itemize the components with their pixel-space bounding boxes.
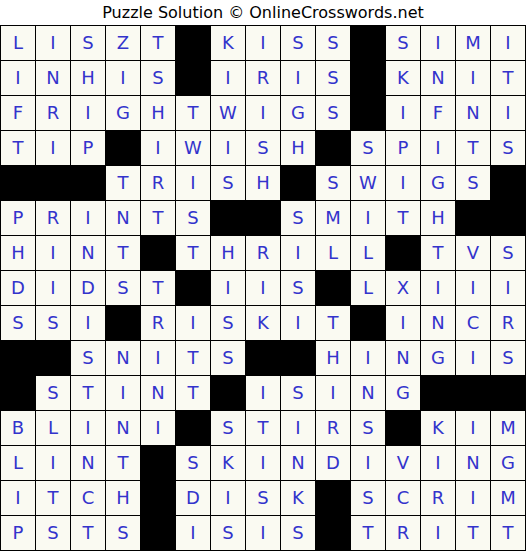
letter-cell: H: [316, 341, 350, 375]
letter-cell: I: [421, 516, 455, 550]
letter-cell: S: [211, 166, 245, 200]
letter-cell: I: [211, 131, 245, 165]
letter-cell: I: [246, 271, 280, 305]
letter-cell: T: [106, 166, 140, 200]
letter-cell: I: [36, 131, 70, 165]
letter-cell: T: [176, 376, 210, 410]
letter-cell: K: [386, 61, 420, 95]
letter-cell: S: [351, 411, 385, 445]
letter-cell: I: [1, 481, 35, 515]
letter-cell: I: [421, 131, 455, 165]
letter-cell: K: [211, 26, 245, 60]
letter-cell: S: [281, 201, 315, 235]
letter-cell: R: [36, 201, 70, 235]
letter-cell: I: [246, 376, 280, 410]
letter-cell: S: [351, 131, 385, 165]
letter-cell: I: [246, 446, 280, 480]
letter-cell: I: [246, 96, 280, 130]
letter-cell: S: [246, 481, 280, 515]
letter-cell: I: [491, 271, 525, 305]
black-cell: [491, 166, 525, 200]
letter-cell: I: [281, 306, 315, 340]
black-cell: [141, 236, 175, 270]
letter-cell: R: [421, 481, 455, 515]
letter-cell: R: [316, 411, 350, 445]
letter-cell: D: [1, 271, 35, 305]
letter-cell: N: [351, 376, 385, 410]
letter-cell: I: [211, 481, 245, 515]
letter-cell: N: [456, 96, 490, 130]
letter-cell: T: [141, 26, 175, 60]
letter-cell: I: [491, 96, 525, 130]
black-cell: [176, 411, 210, 445]
letter-cell: H: [281, 131, 315, 165]
letter-cell: W: [176, 131, 210, 165]
letter-cell: I: [36, 271, 70, 305]
puzzle-solution-page: Puzzle Solution © OnlineCrosswords.net L…: [0, 0, 526, 551]
letter-cell: S: [316, 61, 350, 95]
black-cell: [491, 201, 525, 235]
letter-cell: K: [421, 411, 455, 445]
letter-cell: T: [141, 271, 175, 305]
letter-cell: T: [106, 236, 140, 270]
letter-cell: V: [456, 236, 490, 270]
black-cell: [1, 341, 35, 375]
letter-cell: I: [71, 411, 105, 445]
letter-cell: D: [316, 446, 350, 480]
letter-cell: I: [246, 516, 280, 550]
letter-cell: R: [386, 516, 420, 550]
letter-cell: S: [491, 236, 525, 270]
letter-cell: I: [421, 26, 455, 60]
letter-cell: T: [491, 516, 525, 550]
letter-cell: R: [141, 166, 175, 200]
letter-cell: N: [281, 446, 315, 480]
black-cell: [141, 446, 175, 480]
black-cell: [106, 306, 140, 340]
letter-cell: K: [246, 306, 280, 340]
black-cell: [386, 411, 420, 445]
letter-cell: I: [491, 26, 525, 60]
letter-cell: I: [141, 411, 175, 445]
letter-cell: N: [386, 341, 420, 375]
letter-cell: I: [421, 446, 455, 480]
letter-cell: C: [71, 481, 105, 515]
letter-cell: T: [246, 411, 280, 445]
letter-cell: I: [176, 516, 210, 550]
letter-cell: S: [36, 376, 70, 410]
letter-cell: G: [421, 341, 455, 375]
black-cell: [316, 516, 350, 550]
letter-cell: P: [1, 516, 35, 550]
letter-cell: I: [351, 446, 385, 480]
black-cell: [71, 166, 105, 200]
letter-cell: M: [491, 411, 525, 445]
letter-cell: S: [36, 306, 70, 340]
letter-cell: L: [351, 271, 385, 305]
letter-cell: I: [281, 236, 315, 270]
letter-cell: N: [456, 446, 490, 480]
letter-cell: L: [351, 236, 385, 270]
letter-cell: F: [421, 96, 455, 130]
letter-cell: I: [351, 341, 385, 375]
letter-cell: I: [386, 306, 420, 340]
letter-cell: I: [456, 61, 490, 95]
letter-cell: T: [176, 96, 210, 130]
letter-cell: R: [246, 61, 280, 95]
letter-cell: H: [71, 61, 105, 95]
letter-cell: S: [456, 166, 490, 200]
black-cell: [36, 166, 70, 200]
letter-cell: I: [456, 341, 490, 375]
letter-cell: W: [351, 166, 385, 200]
letter-cell: W: [211, 96, 245, 130]
letter-cell: T: [456, 516, 490, 550]
black-cell: [211, 201, 245, 235]
letter-cell: T: [141, 201, 175, 235]
letter-cell: L: [36, 411, 70, 445]
letter-cell: I: [421, 271, 455, 305]
black-cell: [176, 271, 210, 305]
letter-cell: Z: [106, 26, 140, 60]
black-cell: [316, 481, 350, 515]
letter-cell: G: [421, 166, 455, 200]
black-cell: [246, 341, 280, 375]
black-cell: [281, 341, 315, 375]
letter-cell: L: [1, 26, 35, 60]
letter-cell: K: [281, 481, 315, 515]
letter-cell: I: [176, 306, 210, 340]
letter-cell: T: [1, 131, 35, 165]
letter-cell: I: [71, 96, 105, 130]
letter-cell: T: [36, 481, 70, 515]
letter-cell: I: [106, 61, 140, 95]
black-cell: [141, 516, 175, 550]
letter-cell: S: [106, 516, 140, 550]
letter-cell: S: [211, 306, 245, 340]
black-cell: [1, 376, 35, 410]
letter-cell: R: [36, 96, 70, 130]
letter-cell: N: [421, 306, 455, 340]
letter-cell: L: [316, 236, 350, 270]
letter-cell: I: [36, 446, 70, 480]
letter-cell: S: [316, 26, 350, 60]
letter-cell: I: [386, 166, 420, 200]
letter-cell: N: [71, 446, 105, 480]
letter-cell: L: [1, 446, 35, 480]
letter-cell: I: [36, 236, 70, 270]
letter-cell: I: [71, 201, 105, 235]
letter-cell: N: [106, 411, 140, 445]
black-cell: [351, 26, 385, 60]
black-cell: [176, 26, 210, 60]
letter-cell: H: [211, 236, 245, 270]
letter-cell: S: [281, 376, 315, 410]
crossword-grid: LISZTKISSSIMIINHISIRISKNITFRIGHTWIGSIFNI…: [0, 25, 526, 551]
letter-cell: S: [211, 516, 245, 550]
letter-cell: S: [71, 341, 105, 375]
letter-cell: S: [281, 516, 315, 550]
letter-cell: I: [141, 131, 175, 165]
black-cell: [316, 271, 350, 305]
letter-cell: K: [211, 446, 245, 480]
letter-cell: I: [456, 481, 490, 515]
letter-cell: P: [386, 131, 420, 165]
letter-cell: M: [491, 481, 525, 515]
letter-cell: H: [141, 96, 175, 130]
letter-cell: S: [211, 411, 245, 445]
letter-cell: I: [211, 61, 245, 95]
letter-cell: S: [106, 271, 140, 305]
letter-cell: R: [141, 306, 175, 340]
letter-cell: I: [456, 271, 490, 305]
letter-cell: T: [386, 201, 420, 235]
letter-cell: I: [316, 376, 350, 410]
letter-cell: G: [106, 96, 140, 130]
letter-cell: C: [456, 306, 490, 340]
black-cell: [491, 376, 525, 410]
page-title: Puzzle Solution © OnlineCrosswords.net: [0, 0, 526, 25]
letter-cell: S: [1, 306, 35, 340]
black-cell: [1, 166, 35, 200]
letter-cell: G: [491, 446, 525, 480]
letter-cell: G: [386, 376, 420, 410]
letter-cell: T: [71, 376, 105, 410]
letter-cell: S: [71, 26, 105, 60]
letter-cell: P: [1, 201, 35, 235]
letter-cell: S: [246, 131, 280, 165]
letter-cell: T: [106, 446, 140, 480]
letter-cell: S: [176, 201, 210, 235]
black-cell: [351, 96, 385, 130]
letter-cell: I: [106, 376, 140, 410]
letter-cell: N: [71, 236, 105, 270]
letter-cell: N: [421, 61, 455, 95]
letter-cell: S: [491, 131, 525, 165]
letter-cell: S: [176, 446, 210, 480]
black-cell: [211, 376, 245, 410]
letter-cell: T: [491, 61, 525, 95]
letter-cell: I: [456, 411, 490, 445]
letter-cell: T: [71, 516, 105, 550]
black-cell: [316, 131, 350, 165]
letter-cell: N: [106, 341, 140, 375]
letter-cell: N: [106, 201, 140, 235]
letter-cell: S: [316, 166, 350, 200]
black-cell: [351, 306, 385, 340]
letter-cell: S: [386, 26, 420, 60]
black-cell: [176, 61, 210, 95]
letter-cell: I: [71, 306, 105, 340]
letter-cell: T: [421, 236, 455, 270]
letter-cell: I: [281, 411, 315, 445]
letter-cell: H: [246, 166, 280, 200]
letter-cell: S: [281, 26, 315, 60]
letter-cell: I: [386, 96, 420, 130]
black-cell: [456, 376, 490, 410]
letter-cell: H: [1, 236, 35, 270]
letter-cell: T: [351, 516, 385, 550]
letter-cell: S: [491, 341, 525, 375]
black-cell: [141, 481, 175, 515]
black-cell: [456, 201, 490, 235]
black-cell: [36, 341, 70, 375]
letter-cell: B: [1, 411, 35, 445]
letter-cell: T: [176, 236, 210, 270]
letter-cell: S: [141, 61, 175, 95]
letter-cell: R: [246, 236, 280, 270]
black-cell: [281, 166, 315, 200]
letter-cell: V: [386, 446, 420, 480]
letter-cell: M: [316, 201, 350, 235]
letter-cell: I: [176, 166, 210, 200]
letter-cell: F: [1, 96, 35, 130]
black-cell: [246, 201, 280, 235]
letter-cell: X: [386, 271, 420, 305]
letter-cell: I: [246, 26, 280, 60]
letter-cell: H: [106, 481, 140, 515]
letter-cell: T: [456, 131, 490, 165]
letter-cell: R: [491, 306, 525, 340]
letter-cell: I: [36, 26, 70, 60]
letter-cell: D: [176, 481, 210, 515]
letter-cell: C: [386, 481, 420, 515]
black-cell: [421, 376, 455, 410]
letter-cell: I: [351, 201, 385, 235]
letter-cell: S: [281, 271, 315, 305]
letter-cell: M: [456, 26, 490, 60]
letter-cell: S: [211, 341, 245, 375]
letter-cell: T: [316, 306, 350, 340]
letter-cell: P: [71, 131, 105, 165]
letter-cell: S: [351, 481, 385, 515]
letter-cell: S: [316, 96, 350, 130]
black-cell: [386, 236, 420, 270]
letter-cell: S: [36, 516, 70, 550]
letter-cell: I: [1, 61, 35, 95]
black-cell: [351, 61, 385, 95]
letter-cell: N: [141, 376, 175, 410]
letter-cell: I: [141, 341, 175, 375]
letter-cell: I: [281, 61, 315, 95]
letter-cell: D: [71, 271, 105, 305]
letter-cell: N: [36, 61, 70, 95]
black-cell: [106, 131, 140, 165]
letter-cell: H: [421, 201, 455, 235]
letter-cell: T: [176, 341, 210, 375]
letter-cell: G: [281, 96, 315, 130]
letter-cell: I: [211, 271, 245, 305]
